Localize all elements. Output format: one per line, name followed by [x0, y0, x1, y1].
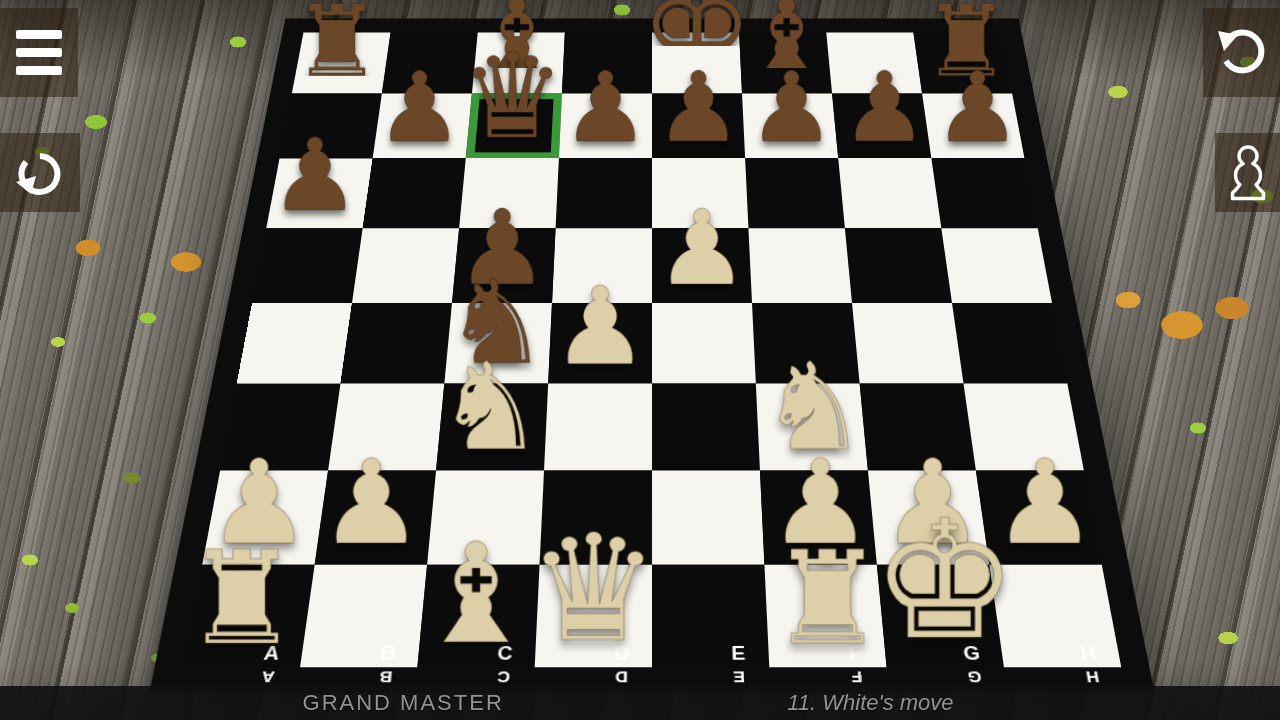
file-label-top-d: D	[615, 668, 628, 686]
piece-black-pawn-g7[interactable]: ♟	[841, 59, 928, 156]
square-g4[interactable]	[852, 303, 963, 384]
piece-white-rook-f1[interactable]: ♜	[770, 534, 886, 663]
square-f1[interactable]: ♜	[764, 565, 886, 667]
square-b7[interactable]: ♟	[373, 93, 472, 158]
menu-button[interactable]	[0, 8, 78, 97]
undo-button[interactable]	[1203, 8, 1280, 97]
file-label-top-a: A	[260, 668, 276, 686]
square-d7[interactable]: ♟	[559, 93, 652, 158]
status-bar: GRAND MASTER 11. White's move	[0, 686, 1280, 720]
piece-black-pawn-b7[interactable]: ♟	[376, 59, 463, 156]
square-d1[interactable]: ♛	[535, 565, 652, 667]
piece-white-pawn-e5[interactable]: ♟	[655, 196, 748, 300]
square-h4[interactable]	[952, 303, 1067, 384]
move-status: 11. White's move	[787, 690, 953, 716]
piece-white-pawn-b2[interactable]: ♟	[319, 444, 424, 561]
square-f7[interactable]: ♟	[742, 93, 838, 158]
square-d4[interactable]: ♟	[548, 303, 652, 384]
pawn-outline-icon	[1226, 143, 1270, 203]
piece-white-queen-d1[interactable]: ♛	[527, 515, 659, 663]
chess-app-screen: ♜♝♚♝♜♟♛♟♟♟♟♟♟♟♟♞♟♞♞♟♟♟♟♟♜♝♛♜♚ AABBCCDDEE…	[0, 0, 1280, 720]
difficulty-label: GRAND MASTER	[303, 690, 504, 716]
square-e3[interactable]	[652, 384, 760, 471]
square-b5[interactable]	[352, 228, 459, 303]
square-g6[interactable]	[838, 158, 941, 228]
square-g5[interactable]	[845, 228, 952, 303]
piece-white-king-g1[interactable]: ♚	[871, 499, 1018, 663]
square-f6[interactable]	[745, 158, 845, 228]
file-label-top-e: E	[733, 668, 745, 686]
square-a5[interactable]	[252, 228, 363, 303]
piece-white-pawn-d4[interactable]: ♟	[552, 272, 649, 380]
undo-move-icon	[1214, 25, 1270, 81]
file-label-top-c: C	[497, 668, 511, 686]
rotate-board-button[interactable]	[0, 133, 80, 212]
piece-white-rook-a1[interactable]: ♜	[184, 534, 300, 663]
piece-black-pawn-d7[interactable]: ♟	[562, 59, 649, 156]
chess-board[interactable]: ♜♝♚♝♜♟♛♟♟♟♟♟♟♟♟♞♟♞♞♟♟♟♟♟♜♝♛♜♚ AABBCCDDEE…	[149, 18, 1154, 693]
square-g1[interactable]: ♚	[877, 565, 1004, 667]
file-label-top-f: F	[851, 668, 863, 686]
square-e2[interactable]	[652, 471, 764, 565]
square-b6[interactable]	[363, 158, 466, 228]
piece-black-pawn-e7[interactable]: ♟	[655, 59, 742, 156]
square-d3[interactable]	[544, 384, 652, 471]
square-f5[interactable]	[748, 228, 852, 303]
square-e1[interactable]	[652, 565, 769, 667]
square-e7[interactable]: ♟	[652, 93, 745, 158]
square-c7[interactable]: ♛	[466, 93, 562, 158]
piece-black-pawn-a6[interactable]: ♟	[270, 125, 360, 225]
piece-black-pawn-h7[interactable]: ♟	[934, 59, 1021, 156]
piece-white-knight-c3[interactable]: ♞	[436, 346, 544, 467]
square-g7[interactable]: ♟	[832, 93, 931, 158]
square-e5[interactable]: ♟	[652, 228, 752, 303]
promotion-piece-button[interactable]	[1215, 133, 1280, 212]
square-h5[interactable]	[941, 228, 1052, 303]
piece-black-pawn-f7[interactable]: ♟	[748, 59, 835, 156]
square-h6[interactable]	[931, 158, 1037, 228]
piece-black-queen-c7[interactable]: ♛	[460, 39, 565, 156]
square-a4[interactable]	[237, 303, 352, 384]
piece-black-rook-a8[interactable]: ♜	[293, 0, 382, 91]
file-label-top-h: H	[1085, 668, 1101, 686]
square-c1[interactable]: ♝	[417, 565, 539, 667]
square-a6[interactable]: ♟	[266, 158, 372, 228]
square-a1[interactable]: ♜	[183, 565, 315, 667]
hamburger-menu-icon	[16, 30, 62, 75]
file-label-top-g: G	[967, 668, 983, 686]
rotate-board-icon	[13, 146, 67, 200]
board-grid: ♜♝♚♝♜♟♛♟♟♟♟♟♟♟♟♞♟♞♞♟♟♟♟♟♜♝♛♜♚	[183, 33, 1122, 668]
file-label-top-b: B	[378, 668, 393, 686]
piece-white-bishop-c1[interactable]: ♝	[414, 525, 538, 663]
square-e4[interactable]	[652, 303, 756, 384]
square-c3[interactable]: ♞	[436, 384, 548, 471]
square-d6[interactable]	[556, 158, 652, 228]
square-h7[interactable]: ♟	[922, 93, 1024, 158]
square-b1[interactable]	[300, 565, 427, 667]
